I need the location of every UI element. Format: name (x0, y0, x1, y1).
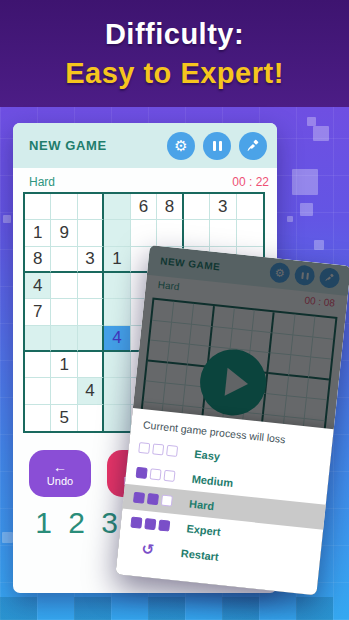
theme-button[interactable] (239, 132, 267, 160)
pixel-decor (307, 117, 316, 126)
app-store-screenshot: Difficulty: Easy to Expert! NEW GAME ⚙ (0, 0, 349, 620)
cell-r1c8[interactable]: 3 (210, 194, 236, 220)
cell-r8c4[interactable] (104, 378, 130, 404)
cell-r1c4[interactable] (104, 194, 130, 220)
cell-r2c7[interactable] (184, 220, 210, 246)
undo-icon: ← (53, 460, 67, 474)
promo-title-band: Difficulty: Easy to Expert! (0, 0, 349, 107)
undo-button[interactable]: ← Undo (29, 450, 91, 497)
cell-r8c1[interactable] (25, 378, 51, 404)
cell-r2c3[interactable] (78, 220, 104, 246)
difficulty-square (152, 443, 164, 455)
pixel-decor (287, 216, 293, 222)
numpad-1[interactable]: 1 (27, 506, 60, 540)
cell-r5c3[interactable] (78, 299, 104, 325)
pause-button[interactable] (203, 132, 231, 160)
difficulty-square (150, 468, 162, 480)
cell-r9c4[interactable] (104, 405, 130, 431)
difficulty-square (158, 519, 170, 531)
pixel-decor (2, 532, 13, 543)
difficulty-square (161, 495, 173, 507)
difficulty-square (163, 470, 175, 482)
cell-r1c3[interactable] (78, 194, 104, 220)
pixel-decor (313, 126, 329, 141)
cell-r7c1[interactable] (25, 352, 51, 378)
pause-icon (213, 141, 222, 151)
cell-r6c4[interactable]: 4 (104, 326, 130, 352)
difficulty-square (133, 492, 145, 504)
cell-r3c2[interactable] (51, 247, 77, 273)
cell-r3c4[interactable]: 1 (104, 247, 130, 273)
numpad-2[interactable]: 2 (60, 506, 93, 540)
cell-r9c1[interactable] (25, 405, 51, 431)
difficulty-square (130, 517, 142, 529)
cell-r2c5[interactable] (131, 220, 157, 246)
cell-r5c4[interactable] (104, 299, 130, 325)
cell-r7c3[interactable] (78, 352, 104, 378)
game-screen-front: NEW GAME ⚙ Hard 00 : 08 (115, 245, 349, 595)
promo-title-line1: Difficulty: (105, 16, 244, 52)
pixel-decor (3, 215, 11, 223)
cell-r5c1[interactable]: 7 (25, 299, 51, 325)
pixel-decor (314, 240, 324, 250)
cell-r2c4[interactable] (104, 220, 130, 246)
restart-icon: ↺ (127, 538, 168, 560)
cell-r4c2[interactable] (51, 273, 77, 299)
header-actions: ⚙ (167, 132, 267, 160)
cell-r1c5[interactable]: 6 (131, 194, 157, 220)
cell-r1c2[interactable] (51, 194, 77, 220)
pixel-decor (300, 203, 313, 216)
cell-r2c6[interactable] (157, 220, 183, 246)
cell-r2c2[interactable]: 9 (51, 220, 77, 246)
cell-r8c2[interactable] (51, 378, 77, 404)
pixel-decor (292, 169, 318, 195)
cell-r1c7[interactable] (184, 194, 210, 220)
difficulty-square (147, 493, 159, 505)
cell-r2c1[interactable]: 1 (25, 220, 51, 246)
cell-r7c2[interactable]: 1 (51, 352, 77, 378)
cell-r4c4[interactable] (104, 273, 130, 299)
cell-r3c3[interactable]: 3 (78, 247, 104, 273)
cell-r9c2[interactable]: 5 (51, 405, 77, 431)
difficulty-option-label: Hard (189, 497, 215, 512)
cell-r3c1[interactable]: 8 (25, 247, 51, 273)
brush-icon (246, 139, 260, 153)
cell-r6c3[interactable] (78, 326, 104, 352)
cell-r1c6[interactable]: 8 (157, 194, 183, 220)
cell-r6c2[interactable] (51, 326, 77, 352)
cell-r6c1[interactable] (25, 326, 51, 352)
promo-title-line2: Easy to Expert! (65, 55, 284, 91)
difficulty-square (166, 445, 178, 457)
cell-r5c2[interactable] (51, 299, 77, 325)
gear-icon: ⚙ (174, 139, 187, 154)
pixel-decor-strip (0, 597, 349, 620)
page-title: NEW GAME (29, 123, 107, 168)
app-header: NEW GAME ⚙ (13, 123, 277, 168)
cell-r4c3[interactable] (78, 273, 104, 299)
difficulty-option-label: Medium (191, 472, 234, 488)
undo-label: Undo (47, 475, 73, 487)
cell-r4c1[interactable]: 4 (25, 273, 51, 299)
cell-r1c9[interactable] (237, 194, 263, 220)
timer: 00 : 22 (232, 175, 269, 189)
difficulty-label: Hard (29, 175, 55, 189)
difficulty-square (144, 518, 156, 530)
settings-button[interactable]: ⚙ (167, 132, 195, 160)
cell-r9c3[interactable] (78, 405, 104, 431)
difficulty-option-label: Easy (194, 447, 221, 462)
cell-r8c3[interactable]: 4 (78, 378, 104, 404)
cell-r2c9[interactable] (237, 220, 263, 246)
difficulty-dialog: Current game process will loss EasyMediu… (115, 408, 333, 595)
cell-r2c8[interactable] (210, 220, 236, 246)
cell-r7c4[interactable] (104, 352, 130, 378)
cell-r1c1[interactable] (25, 194, 51, 220)
restart-label: Restart (180, 547, 219, 563)
difficulty-option-label: Expert (186, 522, 221, 538)
difficulty-square (138, 442, 150, 454)
difficulty-square (136, 467, 148, 479)
